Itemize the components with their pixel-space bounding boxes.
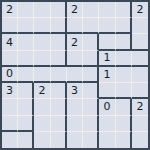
cell-r6c4[interactable] — [51, 83, 67, 99]
cell-r5c4[interactable] — [51, 67, 67, 83]
cell-r2c9[interactable] — [132, 18, 148, 34]
cell-r9c9[interactable] — [132, 132, 148, 148]
cell-r3c6[interactable] — [83, 34, 99, 50]
cell-r6c6[interactable] — [83, 83, 99, 99]
cell-r1c1[interactable]: 2 — [2, 2, 18, 18]
room-clue: 2 — [71, 4, 78, 15]
cell-r8c2[interactable] — [18, 116, 34, 132]
cell-r7c6[interactable] — [83, 99, 99, 115]
cell-r2c4[interactable] — [51, 18, 67, 34]
cell-r5c3[interactable] — [34, 67, 50, 83]
cell-r9c6[interactable] — [83, 132, 99, 148]
room-clue: 2 — [71, 37, 78, 48]
cell-r3c7[interactable] — [99, 34, 115, 50]
cell-r5c6[interactable] — [83, 67, 99, 83]
cell-r2c5[interactable] — [67, 18, 83, 34]
room-clue: 4 — [6, 37, 13, 48]
cell-r2c6[interactable] — [83, 18, 99, 34]
cell-r3c8[interactable] — [116, 34, 132, 50]
cell-r2c2[interactable] — [18, 18, 34, 34]
cell-r8c9[interactable] — [132, 116, 148, 132]
cell-r6c2[interactable] — [18, 83, 34, 99]
cell-r5c9[interactable] — [132, 67, 148, 83]
cell-r4c4[interactable] — [51, 51, 67, 67]
cell-r8c6[interactable] — [83, 116, 99, 132]
cell-r3c3[interactable] — [34, 34, 50, 50]
cell-r7c1[interactable] — [2, 99, 18, 115]
cell-r9c1[interactable] — [2, 132, 18, 148]
cell-r5c7[interactable]: 1 — [99, 67, 115, 83]
cell-r1c8[interactable] — [116, 2, 132, 18]
cell-r9c2[interactable] — [18, 132, 34, 148]
cell-r8c4[interactable] — [51, 116, 67, 132]
cell-r7c9[interactable]: 2 — [132, 99, 148, 115]
cell-r1c5[interactable]: 2 — [67, 2, 83, 18]
cell-r6c3[interactable]: 2 — [34, 83, 50, 99]
cell-r9c5[interactable] — [67, 132, 83, 148]
room-clue: 0 — [6, 68, 13, 79]
cell-r4c1[interactable] — [2, 51, 18, 67]
cell-r1c9[interactable]: 2 — [132, 2, 148, 18]
cell-r9c4[interactable] — [51, 132, 67, 148]
cell-r2c8[interactable] — [116, 18, 132, 34]
cell-r6c5[interactable]: 3 — [67, 83, 83, 99]
cell-r4c5[interactable] — [67, 51, 83, 67]
cell-r5c2[interactable] — [18, 67, 34, 83]
cell-r6c9[interactable] — [132, 83, 148, 99]
cell-r2c7[interactable] — [99, 18, 115, 34]
cell-r8c1[interactable] — [2, 116, 18, 132]
cell-r4c3[interactable] — [34, 51, 50, 67]
cell-r3c1[interactable]: 4 — [2, 34, 18, 50]
cell-r8c7[interactable] — [99, 116, 115, 132]
room-clue: 2 — [136, 101, 143, 112]
heyawake-board: 2224210132302 — [0, 0, 150, 150]
cell-r1c4[interactable] — [51, 2, 67, 18]
cell-r4c9[interactable] — [132, 51, 148, 67]
room-clue: 1 — [103, 52, 110, 63]
cell-r8c3[interactable] — [34, 116, 50, 132]
cell-r4c8[interactable] — [116, 51, 132, 67]
cell-r4c7[interactable]: 1 — [99, 51, 115, 67]
cell-r1c2[interactable] — [18, 2, 34, 18]
cell-r3c5[interactable]: 2 — [67, 34, 83, 50]
room-clue: 2 — [6, 4, 13, 15]
cell-r7c3[interactable] — [34, 99, 50, 115]
cell-r5c5[interactable] — [67, 67, 83, 83]
cell-r2c3[interactable] — [34, 18, 50, 34]
cell-r3c4[interactable] — [51, 34, 67, 50]
cell-r3c9[interactable] — [132, 34, 148, 50]
cell-r1c7[interactable] — [99, 2, 115, 18]
room-clue: 2 — [136, 4, 143, 15]
cell-r2c1[interactable] — [2, 18, 18, 34]
cell-r6c1[interactable]: 3 — [2, 83, 18, 99]
cell-r8c8[interactable] — [116, 116, 132, 132]
cell-r4c6[interactable] — [83, 51, 99, 67]
cell-r9c3[interactable] — [34, 132, 50, 148]
cell-r7c4[interactable] — [51, 99, 67, 115]
cell-r3c2[interactable] — [18, 34, 34, 50]
cell-r7c5[interactable] — [67, 99, 83, 115]
cell-r1c3[interactable] — [34, 2, 50, 18]
cell-r7c8[interactable] — [116, 99, 132, 115]
room-clue: 3 — [71, 85, 78, 96]
room-clue: 2 — [39, 85, 46, 96]
cell-r9c7[interactable] — [99, 132, 115, 148]
cell-r6c8[interactable] — [116, 83, 132, 99]
room-clue: 1 — [103, 69, 110, 80]
cell-r1c6[interactable] — [83, 2, 99, 18]
cell-r9c8[interactable] — [116, 132, 132, 148]
room-clue: 3 — [6, 85, 13, 96]
cell-r5c8[interactable] — [116, 67, 132, 83]
cell-r5c1[interactable]: 0 — [2, 67, 18, 83]
cell-r6c7[interactable] — [99, 83, 115, 99]
cell-r7c2[interactable] — [18, 99, 34, 115]
cell-r4c2[interactable] — [18, 51, 34, 67]
room-clue: 0 — [103, 101, 110, 112]
cell-r8c5[interactable] — [67, 116, 83, 132]
cell-r7c7[interactable]: 0 — [99, 99, 115, 115]
